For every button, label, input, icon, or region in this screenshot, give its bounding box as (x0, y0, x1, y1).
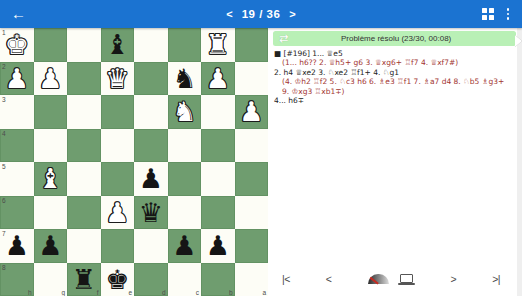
square-c5[interactable] (168, 162, 202, 196)
square-h8[interactable]: 8h (0, 263, 34, 296)
square-g2[interactable]: ♟ (34, 62, 68, 96)
piece-white-pawn: ♟ (101, 196, 135, 230)
rank-label: 3 (2, 96, 6, 103)
next-move-button[interactable]: > (451, 273, 457, 285)
square-g3[interactable] (34, 95, 68, 129)
square-a2[interactable] (235, 62, 269, 96)
move-line[interactable]: 4... h6∓ (273, 96, 513, 105)
file-label: b (229, 289, 233, 296)
square-g7[interactable]: ♟ (34, 229, 68, 263)
square-e2[interactable]: ♛ (101, 62, 135, 96)
square-b5[interactable] (201, 162, 235, 196)
piece-black-knight: ♞ (168, 62, 202, 96)
piece-white-pawn: ♟ (235, 95, 269, 129)
square-g8[interactable]: g (34, 263, 68, 296)
square-a8[interactable]: a (235, 263, 269, 296)
square-c2[interactable]: ♞ (168, 62, 202, 96)
piece-black-queen: ♛ (134, 196, 168, 230)
piece-white-rook: ♜ (201, 28, 235, 62)
square-g1[interactable] (34, 28, 68, 62)
rank-label: 1 (2, 29, 6, 36)
square-f3[interactable] (67, 95, 101, 129)
square-b3[interactable] (201, 95, 235, 129)
piece-black-pawn: ♟ (201, 229, 235, 263)
square-e3[interactable] (101, 95, 135, 129)
move-line[interactable]: ■ [#196] 1... ♕e5 (273, 49, 513, 58)
piece-black-pawn: ♟ (134, 162, 168, 196)
square-a1[interactable] (235, 28, 269, 62)
square-h6[interactable]: 6 (0, 196, 34, 230)
file-label: d (162, 289, 166, 296)
playback-controls: |< < > >| (268, 273, 514, 285)
piece-white-queen: ♛ (101, 62, 135, 96)
board-grid-icon[interactable] (482, 8, 494, 20)
square-d5[interactable]: ♟ (134, 162, 168, 196)
variation-line[interactable]: (1... h6?? 2. ♕h5+ g6 3. ♕xg6+ ♖f7 4. ♕x… (273, 58, 513, 67)
square-d1[interactable] (134, 28, 168, 62)
square-e4[interactable] (101, 129, 135, 163)
top-bar: ← < 19 / 36 > (0, 0, 522, 28)
next-puzzle-chevron[interactable]: > (289, 8, 295, 20)
square-c6[interactable] (168, 196, 202, 230)
square-c3[interactable]: ♞ (168, 95, 202, 129)
overflow-menu-icon[interactable] (507, 8, 510, 20)
square-d7[interactable] (134, 229, 168, 263)
piece-black-pawn: ♟ (168, 229, 202, 263)
go-start-button[interactable]: |< (282, 273, 290, 285)
file-label: f (97, 289, 99, 296)
square-d3[interactable] (134, 95, 168, 129)
square-d4[interactable] (134, 129, 168, 163)
square-e7[interactable] (101, 229, 135, 263)
square-h1[interactable]: 1♚ (0, 28, 34, 62)
square-h2[interactable]: 2♟ (0, 62, 34, 96)
status-bar[interactable]: ⇄ Problème résolu (23/30, 00:08) (273, 31, 516, 46)
square-b2[interactable]: ♟ (201, 62, 235, 96)
square-g6[interactable] (34, 196, 68, 230)
square-g5[interactable]: ♝ (34, 162, 68, 196)
square-a3[interactable]: ♟ (235, 95, 269, 129)
variation-line[interactable]: (4. ♔h2 ♖f2 5. ♘c3 h6 6. ♗e3 ♖f1 7. ♗a7 … (273, 77, 513, 96)
engine-gauge-icon[interactable] (368, 274, 389, 285)
square-d6[interactable]: ♛ (134, 196, 168, 230)
piece-black-bishop: ♝ (101, 28, 135, 62)
square-e6[interactable]: ♟ (101, 196, 135, 230)
square-a7[interactable] (235, 229, 269, 263)
rank-label: 2 (2, 63, 6, 70)
rank-label: 5 (2, 163, 6, 170)
move-line[interactable]: 2. h4 ♕xe2 3. ♘xe2 ♖f1+ 4. ♘g1 (273, 68, 513, 77)
square-f2[interactable] (67, 62, 101, 96)
square-e8[interactable]: e♚ (101, 263, 135, 296)
file-label: e (128, 289, 132, 296)
rank-label: 4 (2, 130, 6, 137)
square-c8[interactable]: c (168, 263, 202, 296)
chess-app-window: ← < 19 / 36 > 1♚♝♜2♟♟♛♞♟3♞♟45♝♟6♟♛7♟♟♟♟8… (0, 0, 522, 296)
square-d2[interactable] (134, 62, 168, 96)
square-b4[interactable] (201, 129, 235, 163)
square-c4[interactable] (168, 129, 202, 163)
swap-sides-icon[interactable]: ⇄ (279, 32, 288, 45)
piece-white-pawn: ♟ (201, 62, 235, 96)
prev-move-button[interactable]: < (326, 273, 332, 285)
square-f6[interactable] (67, 196, 101, 230)
piece-black-rook: ♜ (67, 263, 101, 296)
square-f5[interactable] (67, 162, 101, 196)
file-label: a (262, 289, 266, 296)
square-h4[interactable]: 4 (0, 129, 34, 163)
scrollbar[interactable] (517, 28, 522, 296)
file-label: g (61, 289, 65, 296)
square-a5[interactable] (235, 162, 269, 196)
square-b1[interactable]: ♜ (201, 28, 235, 62)
rank-label: 8 (2, 264, 6, 271)
go-end-button[interactable]: >| (492, 273, 500, 285)
piece-black-pawn: ♟ (34, 229, 68, 263)
prev-puzzle-chevron[interactable]: < (226, 8, 232, 20)
square-h3[interactable]: 3 (0, 95, 34, 129)
top-bar-actions (482, 0, 522, 28)
square-a4[interactable] (235, 129, 269, 163)
square-g4[interactable] (34, 129, 68, 163)
piece-white-pawn: ♟ (34, 62, 68, 96)
square-c1[interactable] (168, 28, 202, 62)
file-label: h (28, 289, 32, 296)
file-label: c (196, 289, 199, 296)
square-f4[interactable] (67, 129, 101, 163)
moves-list: ■ [#196] 1... ♕e5(1... h6?? 2. ♕h5+ g6 3… (273, 49, 513, 105)
rank-label: 7 (2, 230, 6, 237)
square-d8[interactable]: d (134, 263, 168, 296)
square-h7[interactable]: 7♟ (0, 229, 34, 263)
puzzle-counter: 19 / 36 (242, 8, 281, 20)
square-b7[interactable]: ♟ (201, 229, 235, 263)
engine-group (368, 274, 415, 285)
square-e5[interactable] (101, 162, 135, 196)
square-h5[interactable]: 5 (0, 162, 34, 196)
square-a6[interactable] (235, 196, 269, 230)
computer-engine-icon[interactable] (398, 274, 415, 285)
square-f8[interactable]: f♜ (67, 263, 101, 296)
solution-panel: ⇄ Problème résolu (23/30, 00:08) ■ [#196… (268, 28, 522, 296)
puzzle-navigation: < 19 / 36 > (0, 0, 522, 28)
square-b8[interactable]: b (201, 263, 235, 296)
rank-label: 6 (2, 197, 6, 204)
square-f1[interactable] (67, 28, 101, 62)
square-c7[interactable]: ♟ (168, 229, 202, 263)
status-text: Problème résolu (23/30, 00:08) (288, 34, 504, 43)
piece-white-bishop: ♝ (34, 162, 68, 196)
square-b6[interactable] (201, 196, 235, 230)
piece-white-knight: ♞ (168, 95, 202, 129)
chess-board: 1♚♝♜2♟♟♛♞♟3♞♟45♝♟6♟♛7♟♟♟♟8hgf♜e♚dcba (0, 28, 268, 296)
square-f7[interactable] (67, 229, 101, 263)
square-e1[interactable]: ♝ (101, 28, 135, 62)
